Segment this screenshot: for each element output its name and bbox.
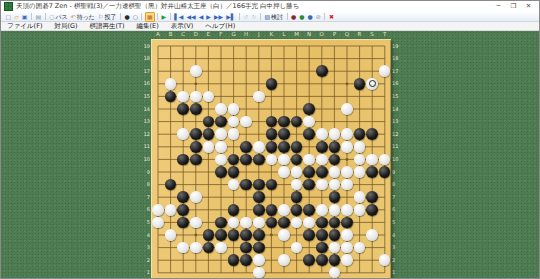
white-stone-M9: [291, 166, 303, 178]
board-cell: [252, 216, 265, 229]
black-stone-G4: [228, 229, 240, 241]
board-area: ABCDEFGHJKLMNOPQRST 19181716151413121110…: [1, 31, 539, 278]
back-icon: ◀: [199, 13, 204, 21]
black-stone-P7: [329, 191, 341, 203]
menu-view[interactable]: 表示(V): [165, 22, 200, 31]
board-cell: [265, 140, 278, 153]
board-cell: [328, 166, 341, 179]
black-stone-C14: [177, 103, 189, 115]
black-stone-G9: [228, 166, 240, 178]
board-cell: [227, 128, 240, 141]
row-label: 6: [141, 203, 150, 216]
black-stone-J3: [253, 242, 265, 254]
board-cell: [265, 178, 278, 191]
column-label: S: [366, 31, 379, 39]
rotate-right-icon: ↻: [251, 13, 256, 21]
black-stone-H4: [240, 229, 252, 241]
board-cell: [341, 103, 354, 116]
board-cell: [189, 140, 202, 153]
analysis-button[interactable]: ▧検討: [263, 13, 284, 21]
board-cell: [303, 166, 316, 179]
analysis-chart-icon: ▧: [264, 13, 270, 21]
row-label: 16: [141, 77, 150, 90]
black-stone-O2: [316, 254, 328, 266]
black-stone-F5: [215, 217, 227, 229]
forward-10-button[interactable]: ▶▶: [213, 13, 224, 21]
black-stone-C10: [177, 154, 189, 166]
board-cell: [328, 128, 341, 141]
black-stone-H11: [240, 141, 252, 153]
row-label: 9: [141, 166, 150, 179]
board-cell: [215, 229, 228, 242]
column-labels: ABCDEFGHJKLMNOPQRST: [152, 31, 391, 39]
white-stone-Q6: [341, 204, 353, 216]
board-cell: [315, 128, 328, 141]
black-stone-S6: [366, 204, 378, 216]
white-stone-K10: [266, 154, 278, 166]
board-cell: [215, 115, 228, 128]
board-cell: [265, 153, 278, 166]
board-cell: [189, 153, 202, 166]
column-label: G: [227, 31, 240, 39]
row-label: 12: [392, 128, 401, 141]
menu-replay[interactable]: 棋譜再生(T): [84, 22, 131, 31]
row-label: 3: [392, 241, 401, 254]
black-stone-P4: [329, 229, 341, 241]
board-cell: [315, 65, 328, 78]
board-cell: [303, 203, 316, 216]
black-stone-M11: [291, 141, 303, 153]
board-cell: [315, 241, 328, 254]
row-label: 14: [141, 103, 150, 116]
black-stone-D12: [190, 128, 202, 140]
toolbar-separator: [260, 13, 261, 20]
black-stone-K6: [266, 204, 278, 216]
pass-button[interactable]: ◌パス: [48, 13, 69, 21]
maximize-button[interactable]: ❐: [506, 1, 521, 12]
white-stone-S4: [366, 229, 378, 241]
board-cell: [177, 90, 190, 103]
white-stone-C3: [177, 242, 189, 254]
white-stone-R9: [354, 166, 366, 178]
black-stone-K16: [266, 78, 278, 90]
column-label: K: [265, 31, 278, 39]
go-last-icon: ▶▌: [226, 13, 235, 21]
column-label: F: [215, 31, 228, 39]
printer-icon: ▤: [35, 13, 41, 21]
board-cell: [240, 153, 253, 166]
board-cell: [215, 128, 228, 141]
black-stone-E12: [203, 128, 215, 140]
row-label: 12: [141, 128, 150, 141]
black-stone-S9: [366, 166, 378, 178]
board-cell: [227, 178, 240, 191]
black-stone-O5: [316, 217, 328, 229]
white-stone-G12: [228, 128, 240, 140]
column-label: T: [378, 31, 391, 39]
board-cell: [290, 115, 303, 128]
branch-up-button[interactable]: ↺: [242, 13, 249, 21]
board-cell: [353, 140, 366, 153]
board-cell: [177, 153, 190, 166]
white-stone-J15: [253, 91, 265, 103]
board-cell: [290, 153, 303, 166]
white-stone-C12: [177, 128, 189, 140]
black-stone-N4: [303, 229, 315, 241]
go-first-icon: ▌◀: [174, 13, 183, 21]
white-stone-L2: [278, 254, 290, 266]
row-label: 15: [141, 90, 150, 103]
print-button[interactable]: ▤: [34, 13, 42, 21]
white-stone-D7: [190, 191, 202, 203]
white-stone-F12: [215, 128, 227, 140]
black-stone-J7: [253, 191, 265, 203]
black-stone-M10: [291, 154, 303, 166]
white-stone-P3: [329, 242, 341, 254]
white-stone-F3: [215, 242, 227, 254]
board-cell: [189, 103, 202, 116]
save-button[interactable]: ▣: [21, 13, 29, 21]
row-label: 1: [392, 266, 401, 278]
black-stone-N8: [303, 179, 315, 191]
forward-button[interactable]: ▶: [205, 13, 212, 21]
first-move-button[interactable]: ▌◀: [173, 13, 184, 21]
board-cell: [189, 90, 202, 103]
black-stone-H3: [240, 242, 252, 254]
board-cell: [215, 103, 228, 116]
board-cell: [240, 229, 253, 242]
white-stone-O8: [316, 179, 328, 191]
white-stone-P6: [329, 204, 341, 216]
close-button[interactable]: ✕: [521, 1, 536, 12]
column-label: M: [290, 31, 303, 39]
black-stone-N9: [303, 166, 315, 178]
white-stone-L10: [278, 154, 290, 166]
row-label: 18: [392, 52, 401, 65]
no-hint-button[interactable]: ⊘: [315, 13, 322, 21]
board-cell: [328, 254, 341, 267]
black-stone-N12: [303, 128, 315, 140]
row-label: 16: [392, 77, 401, 90]
column-label: C: [177, 31, 190, 39]
board-cell: [303, 103, 316, 116]
board-cell: [177, 203, 190, 216]
board-cell: [189, 65, 202, 78]
board-cell: [177, 128, 190, 141]
undo-move-button[interactable]: ↶待った: [70, 13, 96, 21]
black-stone-K13: [266, 116, 278, 128]
white-stone-A6: [152, 204, 164, 216]
board-cell: [278, 166, 291, 179]
black-stone-H10: [240, 154, 252, 166]
white-stone-P8: [329, 179, 341, 191]
board-cell: [278, 216, 291, 229]
black-stone-F13: [215, 116, 227, 128]
board-cell: [366, 77, 379, 90]
board-cell: [189, 191, 202, 204]
white-stone-J5: [253, 217, 265, 229]
white-stone-G5: [228, 217, 240, 229]
board-cell: [303, 178, 316, 191]
black-stone-M13: [291, 116, 303, 128]
row-label: 6: [392, 203, 401, 216]
white-stone-O12: [316, 128, 328, 140]
black-stone-S12: [366, 128, 378, 140]
count-button[interactable]: ●: [307, 13, 314, 21]
column-label: E: [202, 31, 215, 39]
white-stone-S10: [366, 154, 378, 166]
white-stone-Q8: [341, 179, 353, 191]
white-stone-B4: [165, 229, 177, 241]
window-title: 天頂の囲碁7 Zen - 棋聖戦(3)／一力遼棋聖（黒）対井山裕太王座（白）／1…: [16, 2, 491, 11]
row-label: 5: [141, 216, 150, 229]
row-label: 19: [392, 40, 401, 53]
menu-bar: ファイル(F)対局(G)棋譜再生(T)編集(E)表示(V)ヘルプ(H): [1, 22, 539, 31]
white-stone-J11: [253, 141, 265, 153]
board-cell: [290, 216, 303, 229]
menu-game[interactable]: 対局(G): [48, 22, 83, 31]
row-label: 10: [392, 153, 401, 166]
hint-button[interactable]: ●: [290, 13, 297, 21]
white-stone-J1: [253, 267, 265, 278]
menu-file[interactable]: ファイル(F): [1, 22, 48, 31]
white-stone-P12: [329, 128, 341, 140]
board-cell: [290, 241, 303, 254]
toolbar-separator: [141, 13, 142, 20]
board-cell: [240, 115, 253, 128]
white-stone-button[interactable]: ○: [132, 13, 139, 21]
row-label: 7: [141, 191, 150, 204]
white-stone-N5: [303, 217, 315, 229]
board-cell: [152, 203, 165, 216]
column-label: N: [303, 31, 316, 39]
board-cell: [152, 216, 165, 229]
board-cell: [240, 241, 253, 254]
board-cell: [366, 153, 379, 166]
black-stone-C7: [177, 191, 189, 203]
forward-icon: ▶: [206, 13, 211, 21]
toolbar: ▢▱▣▤◌パス↶待った⚐投了●○▦▶▌◀◀◀◀▶▶▶▶▌↺↻▧検討●●●⊘✖: [1, 12, 539, 22]
black-stone-P10: [329, 154, 341, 166]
board-cell: [252, 90, 265, 103]
toolbar-separator: [31, 13, 32, 20]
row-label: 11: [392, 140, 401, 153]
board-cell: [315, 216, 328, 229]
analysis-button-label: 検討: [271, 13, 283, 21]
open-file-button[interactable]: ▱: [13, 13, 20, 21]
board-cell: [341, 140, 354, 153]
board-cell: [366, 191, 379, 204]
black-stone-C5: [177, 217, 189, 229]
new-file-button[interactable]: ▢: [5, 13, 13, 21]
minimize-button[interactable]: ─: [491, 1, 506, 12]
black-stone-R16: [354, 78, 366, 90]
black-stone-K11: [266, 141, 278, 153]
black-stone-N14: [303, 103, 315, 115]
board-cell: [227, 115, 240, 128]
white-stone-T10: [379, 154, 391, 166]
board-cell: [278, 153, 291, 166]
rotate-left-icon: ↺: [243, 13, 248, 21]
pass-icon: ◌: [49, 13, 54, 21]
board-cell: [315, 140, 328, 153]
black-stone-icon: ●: [124, 13, 129, 21]
board-cell: [328, 153, 341, 166]
board-cell: [341, 241, 354, 254]
black-stone-N2: [303, 254, 315, 266]
go-board[interactable]: [151, 39, 391, 278]
black-stone-O11: [316, 141, 328, 153]
new-file-icon: ▢: [6, 13, 12, 21]
board-cell: [202, 140, 215, 153]
board-cell: [164, 229, 177, 242]
toolbar-separator: [45, 13, 46, 20]
row-label: 8: [392, 178, 401, 191]
resign-button-label: 投了: [104, 13, 116, 21]
column-label: O: [315, 31, 328, 39]
board-cell: [265, 77, 278, 90]
white-stone-J2: [253, 254, 265, 266]
white-stone-P1: [329, 267, 341, 278]
board-cell: [252, 229, 265, 242]
pass-button-label: パス: [55, 13, 67, 21]
save-disk-icon: ▣: [22, 13, 28, 21]
row-label: 13: [392, 115, 401, 128]
white-stone-icon: ○: [133, 13, 138, 21]
title-bar: 天頂の囲碁7 Zen - 棋聖戦(3)／一力遼棋聖（黒）対井山裕太王座（白）／1…: [1, 1, 539, 12]
black-stone-P5: [329, 217, 341, 229]
board-cell: [328, 191, 341, 204]
white-stone-S16: [366, 78, 378, 90]
board-cell: [215, 241, 228, 254]
board-cell: [315, 203, 328, 216]
toolbar-separator: [170, 13, 171, 20]
board-cell: [366, 128, 379, 141]
board-cell: [328, 229, 341, 242]
row-label: 11: [141, 140, 150, 153]
toolbar-separator: [239, 13, 240, 20]
black-stone-H2: [240, 254, 252, 266]
back-button[interactable]: ◀: [198, 13, 205, 21]
black-stone-D10: [190, 154, 202, 166]
white-stone-M5: [291, 217, 303, 229]
white-stone-C15: [177, 91, 189, 103]
board-cell: [303, 229, 316, 242]
row-label: 4: [392, 229, 401, 242]
row-label: 19: [141, 40, 150, 53]
menu-edit[interactable]: 編集(E): [131, 22, 165, 31]
board-cell: [215, 166, 228, 179]
slash-icon: ⊘: [316, 13, 321, 21]
board-cell: [278, 203, 291, 216]
black-stone-J8: [253, 179, 265, 191]
board-cell: [177, 103, 190, 116]
branch-down-button[interactable]: ↻: [250, 13, 257, 21]
toolbar-separator: [324, 13, 325, 20]
black-stone-button[interactable]: ●: [123, 13, 130, 21]
app-window: 天頂の囲碁7 Zen - 棋聖戦(3)／一力遼棋聖（黒）対井山裕太王座（白）／1…: [0, 0, 540, 279]
white-stone-A5: [152, 217, 164, 229]
black-stone-Q5: [341, 217, 353, 229]
row-labels-right: 19181716151413121110987654321: [392, 40, 401, 278]
white-stone-G8: [228, 179, 240, 191]
board-cell: [303, 153, 316, 166]
black-stone-E13: [203, 116, 215, 128]
red-ball-icon: ●: [291, 13, 296, 21]
column-label: D: [189, 31, 202, 39]
blue-ball-icon: ●: [308, 13, 313, 21]
board-cell: [328, 203, 341, 216]
white-stone-M8: [291, 179, 303, 191]
board-cell: [177, 191, 190, 204]
board-cell: [215, 216, 228, 229]
black-stone-E4: [203, 229, 215, 241]
board-cell: [240, 254, 253, 267]
board-cell: [278, 140, 291, 153]
back-10-button[interactable]: ◀◀: [185, 13, 196, 21]
black-stone-L12: [278, 128, 290, 140]
black-stone-F9: [215, 166, 227, 178]
menu-help[interactable]: ヘルプ(H): [199, 22, 241, 31]
board-cell: [378, 166, 391, 179]
black-stone-B15: [165, 91, 177, 103]
stop-button[interactable]: ✖: [328, 13, 335, 21]
column-label: H: [240, 31, 253, 39]
board-cell: [315, 178, 328, 191]
toolbar-separator: [157, 13, 158, 20]
board-cell: [240, 178, 253, 191]
column-label: R: [353, 31, 366, 39]
play-button[interactable]: ▶: [161, 13, 168, 21]
board-cell: [341, 254, 354, 267]
board-cell: [303, 128, 316, 141]
board-cell: [290, 140, 303, 153]
white-stone-Q2: [341, 254, 353, 266]
last-move-marker: [369, 80, 376, 87]
board-cell: [265, 203, 278, 216]
board-cell: [202, 115, 215, 128]
row-label: 15: [392, 90, 401, 103]
last-move-button[interactable]: ▶▌: [225, 13, 236, 21]
board-cell: [227, 229, 240, 242]
white-stone-O10: [316, 154, 328, 166]
white-stone-N10: [303, 154, 315, 166]
white-stone-D15: [190, 91, 202, 103]
board-cell: [303, 115, 316, 128]
black-stone-G6: [228, 204, 240, 216]
board-cell: [341, 216, 354, 229]
board-cell: [353, 153, 366, 166]
board-cell: [252, 266, 265, 278]
board-cell: [278, 115, 291, 128]
board-cell: [227, 203, 240, 216]
undo-move-button-label: 待った: [77, 13, 95, 21]
row-label: 4: [141, 229, 150, 242]
board-cell: [215, 153, 228, 166]
resign-button[interactable]: ⚐投了: [97, 13, 117, 21]
row-label: 8: [141, 178, 150, 191]
board-cell: [189, 216, 202, 229]
resign-flag-icon: ⚐: [98, 13, 103, 21]
white-stone-L9: [278, 166, 290, 178]
board-cell: [366, 203, 379, 216]
territory-button[interactable]: ●: [298, 13, 305, 21]
board-cell: [240, 216, 253, 229]
board-cell: [202, 229, 215, 242]
board-cell: [353, 203, 366, 216]
board-cell: [227, 216, 240, 229]
board-mode-button[interactable]: ▦: [145, 12, 155, 22]
